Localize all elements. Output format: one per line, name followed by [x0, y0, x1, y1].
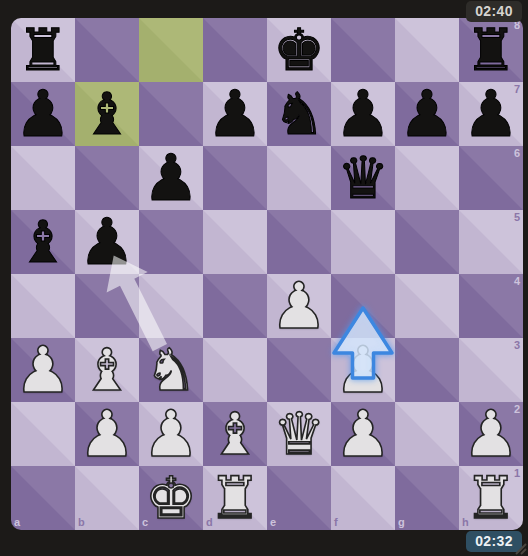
square-b6[interactable]: [75, 146, 139, 210]
rank-label-4: 4: [514, 276, 520, 287]
piece-white-rook[interactable]: ♜: [203, 466, 267, 530]
piece-black-pawn[interactable]: ♟: [203, 82, 267, 146]
rank-label-6: 6: [514, 148, 520, 159]
piece-white-rook[interactable]: ♜: [459, 466, 523, 530]
piece-black-pawn[interactable]: ♟: [459, 82, 523, 146]
square-b4[interactable]: [75, 274, 139, 338]
piece-white-knight[interactable]: ♞: [139, 338, 203, 402]
piece-black-rook[interactable]: ♜: [11, 18, 75, 82]
square-e1[interactable]: e: [267, 466, 331, 530]
square-b1[interactable]: b: [75, 466, 139, 530]
square-g3[interactable]: [395, 338, 459, 402]
square-a3[interactable]: ♟: [11, 338, 75, 402]
square-g7[interactable]: ♟: [395, 82, 459, 146]
board-resize-handle-icon[interactable]: [511, 539, 528, 556]
piece-black-pawn[interactable]: ♟: [331, 82, 395, 146]
square-g5[interactable]: [395, 210, 459, 274]
black-clock-time: 02:40: [475, 3, 513, 19]
square-f2[interactable]: ♟: [331, 402, 395, 466]
game-area: 02:40 ♜♚♜8♟♝♟♞♟♟♟7♟♛6♝♟5♟4♟♝♞♟3♟♟♝♛♟♟2ab…: [0, 0, 528, 556]
square-f1[interactable]: f: [331, 466, 395, 530]
rank-label-5: 5: [514, 212, 520, 223]
square-a6[interactable]: [11, 146, 75, 210]
square-g8[interactable]: [395, 18, 459, 82]
square-c6[interactable]: ♟: [139, 146, 203, 210]
square-b2[interactable]: ♟: [75, 402, 139, 466]
square-g4[interactable]: [395, 274, 459, 338]
white-clock-time: 02:32: [475, 533, 513, 549]
file-label-g: g: [398, 517, 405, 528]
square-d7[interactable]: ♟: [203, 82, 267, 146]
file-label-b: b: [78, 517, 85, 528]
piece-black-king[interactable]: ♚: [267, 18, 331, 82]
piece-black-rook[interactable]: ♜: [459, 18, 523, 82]
square-a2[interactable]: [11, 402, 75, 466]
piece-black-knight[interactable]: ♞: [267, 82, 331, 146]
square-d2[interactable]: ♝: [203, 402, 267, 466]
square-h8[interactable]: ♜8: [459, 18, 523, 82]
square-e4[interactable]: ♟: [267, 274, 331, 338]
square-c8[interactable]: [139, 18, 203, 82]
piece-black-bishop[interactable]: ♝: [75, 82, 139, 146]
square-d5[interactable]: [203, 210, 267, 274]
square-b5[interactable]: ♟: [75, 210, 139, 274]
piece-white-pawn[interactable]: ♟: [75, 402, 139, 466]
square-f3[interactable]: ♟: [331, 338, 395, 402]
piece-black-pawn[interactable]: ♟: [395, 82, 459, 146]
square-f5[interactable]: [331, 210, 395, 274]
square-b8[interactable]: [75, 18, 139, 82]
square-c4[interactable]: [139, 274, 203, 338]
square-c3[interactable]: ♞: [139, 338, 203, 402]
square-e3[interactable]: [267, 338, 331, 402]
piece-white-bishop[interactable]: ♝: [203, 402, 267, 466]
piece-white-pawn[interactable]: ♟: [459, 402, 523, 466]
square-h5[interactable]: 5: [459, 210, 523, 274]
piece-black-pawn[interactable]: ♟: [75, 210, 139, 274]
square-d4[interactable]: [203, 274, 267, 338]
file-label-e: e: [270, 517, 276, 528]
piece-black-bishop[interactable]: ♝: [11, 210, 75, 274]
chess-board: ♜♚♜8♟♝♟♞♟♟♟7♟♛6♝♟5♟4♟♝♞♟3♟♟♝♛♟♟2ab♚c♜def…: [11, 18, 523, 530]
piece-white-pawn[interactable]: ♟: [11, 338, 75, 402]
square-e2[interactable]: ♛: [267, 402, 331, 466]
square-h1[interactable]: ♜h1: [459, 466, 523, 530]
square-f8[interactable]: [331, 18, 395, 82]
square-e8[interactable]: ♚: [267, 18, 331, 82]
square-d6[interactable]: [203, 146, 267, 210]
piece-white-bishop[interactable]: ♝: [75, 338, 139, 402]
rank-label-3: 3: [514, 340, 520, 351]
square-h3[interactable]: 3: [459, 338, 523, 402]
square-a1[interactable]: a: [11, 466, 75, 530]
square-d3[interactable]: [203, 338, 267, 402]
square-f4[interactable]: [331, 274, 395, 338]
piece-black-pawn[interactable]: ♟: [139, 146, 203, 210]
piece-white-pawn[interactable]: ♟: [331, 402, 395, 466]
square-f7[interactable]: ♟: [331, 82, 395, 146]
square-g2[interactable]: [395, 402, 459, 466]
square-c7[interactable]: [139, 82, 203, 146]
black-clock: 02:40: [466, 1, 522, 22]
square-h7[interactable]: ♟7: [459, 82, 523, 146]
square-b3[interactable]: ♝: [75, 338, 139, 402]
square-e7[interactable]: ♞: [267, 82, 331, 146]
square-e5[interactable]: [267, 210, 331, 274]
square-d8[interactable]: [203, 18, 267, 82]
square-d1[interactable]: ♜d: [203, 466, 267, 530]
square-c2[interactable]: ♟: [139, 402, 203, 466]
piece-white-pawn[interactable]: ♟: [267, 274, 331, 338]
square-e6[interactable]: [267, 146, 331, 210]
square-g1[interactable]: g: [395, 466, 459, 530]
square-b7[interactable]: ♝: [75, 82, 139, 146]
piece-white-queen[interactable]: ♛: [267, 402, 331, 466]
piece-white-king[interactable]: ♚: [139, 466, 203, 530]
square-a7[interactable]: ♟: [11, 82, 75, 146]
square-c5[interactable]: [139, 210, 203, 274]
square-h4[interactable]: 4: [459, 274, 523, 338]
file-label-a: a: [14, 517, 20, 528]
square-c1[interactable]: ♚c: [139, 466, 203, 530]
square-f6[interactable]: ♛: [331, 146, 395, 210]
square-g6[interactable]: [395, 146, 459, 210]
square-a8[interactable]: ♜: [11, 18, 75, 82]
square-h2[interactable]: ♟2: [459, 402, 523, 466]
file-label-f: f: [334, 517, 338, 528]
piece-white-pawn[interactable]: ♟: [139, 402, 203, 466]
piece-white-pawn[interactable]: ♟: [331, 338, 395, 402]
square-a4[interactable]: [11, 274, 75, 338]
piece-black-queen[interactable]: ♛: [331, 146, 395, 210]
square-a5[interactable]: ♝: [11, 210, 75, 274]
piece-black-pawn[interactable]: ♟: [11, 82, 75, 146]
square-h6[interactable]: 6: [459, 146, 523, 210]
